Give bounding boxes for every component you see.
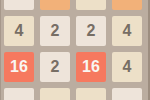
tile-r0c3: 8: [112, 0, 142, 10]
tile-r3c1: 4: [40, 88, 70, 100]
tile-r0c0: 2: [4, 0, 34, 10]
tile-r1c0: 4: [4, 16, 34, 46]
tile-r2c1: 2: [40, 52, 70, 82]
tile-r3c0: 2: [4, 88, 34, 100]
tile-r2c0: 16: [4, 52, 34, 82]
tile-r3c2: 4: [76, 88, 106, 100]
tile-value: 16: [82, 59, 100, 75]
tile-r2c3: 4: [112, 52, 142, 82]
crop-edge-right: [148, 0, 150, 100]
tile-value: 2: [87, 23, 96, 39]
tile-value: 2: [51, 23, 60, 39]
tile-value: 4: [123, 59, 132, 75]
tile-value: 4: [15, 23, 24, 39]
tile-r2c2: 16: [76, 52, 106, 82]
tile-value: 4: [123, 23, 132, 39]
tile-r0c2: 4: [76, 0, 106, 10]
tile-r0c1: 8: [40, 0, 70, 10]
tile-r1c3: 4: [112, 16, 142, 46]
tile-value: 16: [10, 59, 28, 75]
tile-value: 2: [51, 59, 60, 75]
tile-r1c1: 2: [40, 16, 70, 46]
tile-r1c2: 2: [76, 16, 106, 46]
tile-r3c3: 2: [112, 88, 142, 100]
2048-board[interactable]: 2 8 4 8 4 2 2 4 16 2 16 4 2 4 4 2: [0, 0, 148, 100]
game-viewport: 2 8 4 8 4 2 2 4 16 2 16 4 2 4 4 2: [0, 0, 150, 100]
